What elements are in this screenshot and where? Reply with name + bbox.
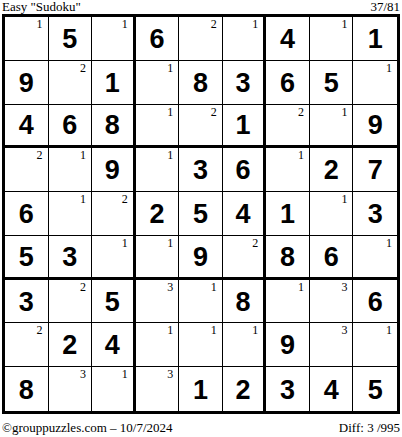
cell-r3c8[interactable]: 1 [310, 105, 354, 149]
given-digit: 1 [280, 201, 295, 228]
given-digit: 5 [193, 201, 208, 228]
given-digit: 8 [193, 70, 208, 97]
cell-r1c7[interactable]: 4 [266, 17, 310, 61]
cell-r1c5[interactable]: 2 [179, 17, 223, 61]
cell-r2c3[interactable]: 1 [92, 61, 136, 105]
sudoku-board: 1516214119211836514681212192191361276122… [2, 14, 400, 414]
difficulty-label: Diff: 3 /995 [339, 420, 400, 435]
cell-r7c3[interactable]: 5 [92, 280, 136, 324]
pencil-mark: 3 [341, 280, 347, 294]
pencil-mark: 1 [37, 17, 43, 31]
pencil-mark: 1 [252, 17, 258, 31]
cell-r5c9[interactable]: 3 [353, 192, 397, 236]
cell-r5c5[interactable]: 5 [179, 192, 223, 236]
cell-r2c6[interactable]: 3 [223, 61, 267, 105]
cell-r2c7[interactable]: 6 [266, 61, 310, 105]
given-digit: 6 [236, 157, 251, 184]
given-digit: 5 [105, 289, 120, 316]
cell-r1c6[interactable]: 1 [223, 17, 267, 61]
pencil-mark: 1 [122, 236, 128, 250]
pencil-mark: 1 [167, 236, 173, 250]
cell-r3c7[interactable]: 2 [266, 105, 310, 149]
copyright-date: ©grouppuzzles.com – 10/7/2024 [2, 420, 173, 435]
given-digit: 9 [193, 244, 208, 271]
pencil-mark: 1 [122, 367, 128, 381]
given-digit: 6 [324, 244, 339, 271]
cell-r8c1[interactable]: 2 [5, 323, 49, 367]
cell-r9c4[interactable]: 3 [136, 367, 180, 411]
cell-r5c3[interactable]: 2 [92, 192, 136, 236]
pencil-mark: 2 [252, 236, 258, 250]
header: Easy "Sudoku" 37/81 [2, 0, 400, 14]
footer: ©grouppuzzles.com – 10/7/2024 Diff: 3 /9… [2, 420, 400, 435]
given-digit: 2 [149, 201, 164, 228]
cell-r8c7[interactable]: 9 [266, 323, 310, 367]
given-digit: 4 [19, 112, 34, 139]
cell-r5c8[interactable]: 1 [310, 192, 354, 236]
cell-r4c5[interactable]: 3 [179, 148, 223, 192]
cell-r5c7[interactable]: 1 [266, 192, 310, 236]
cell-r6c9[interactable]: 1 [353, 236, 397, 280]
pencil-mark: 2 [37, 148, 43, 162]
cell-r9c5[interactable]: 1 [179, 367, 223, 411]
cell-r4c4[interactable]: 1 [136, 148, 180, 192]
pencil-mark: 1 [386, 323, 392, 337]
given-digit: 5 [62, 26, 77, 53]
cell-r9c7[interactable]: 3 [266, 367, 310, 411]
cell-r9c9[interactable]: 5 [353, 367, 397, 411]
pencil-mark: 1 [80, 192, 86, 206]
cell-r1c9[interactable]: 1 [353, 17, 397, 61]
cell-r4c6[interactable]: 6 [223, 148, 267, 192]
given-digit: 4 [324, 377, 339, 404]
cell-r6c3[interactable]: 1 [92, 236, 136, 280]
cell-r7c9[interactable]: 6 [353, 280, 397, 324]
pencil-mark: 2 [211, 105, 217, 119]
given-digit: 2 [62, 332, 77, 359]
given-digit: 2 [236, 377, 251, 404]
given-digit: 9 [368, 112, 383, 139]
given-digit: 9 [19, 70, 34, 97]
cell-r7c8[interactable]: 3 [310, 280, 354, 324]
given-digit: 5 [368, 377, 383, 404]
cell-r4c2[interactable]: 1 [49, 148, 93, 192]
given-digit: 3 [193, 157, 208, 184]
pencil-mark: 1 [298, 280, 304, 294]
pencil-mark: 2 [80, 61, 86, 75]
cell-r9c3[interactable]: 1 [92, 367, 136, 411]
cell-r8c9[interactable]: 1 [353, 323, 397, 367]
given-digit: 6 [280, 70, 295, 97]
cell-r2c1[interactable]: 9 [5, 61, 49, 105]
cell-r9c6[interactable]: 2 [223, 367, 267, 411]
pencil-mark: 1 [167, 323, 173, 337]
given-digit: 7 [368, 157, 383, 184]
pencil-mark: 1 [341, 17, 347, 31]
given-digit: 1 [193, 377, 208, 404]
given-digit: 6 [19, 201, 34, 228]
cell-r6c6[interactable]: 2 [223, 236, 267, 280]
cell-r5c1[interactable]: 6 [5, 192, 49, 236]
given-digit: 1 [368, 26, 383, 53]
cell-r4c8[interactable]: 2 [310, 148, 354, 192]
cell-r1c4[interactable]: 6 [136, 17, 180, 61]
cell-r2c5[interactable]: 8 [179, 61, 223, 105]
givens-counter: 37/81 [370, 0, 400, 14]
cell-r1c3[interactable]: 1 [92, 17, 136, 61]
cell-r8c6[interactable]: 1 [223, 323, 267, 367]
given-digit: 4 [105, 332, 120, 359]
given-digit: 6 [368, 289, 383, 316]
cell-r3c3[interactable]: 8 [92, 105, 136, 149]
cell-r9c1[interactable]: 8 [5, 367, 49, 411]
pencil-mark: 3 [80, 367, 86, 381]
cell-r2c4[interactable]: 1 [136, 61, 180, 105]
given-digit: 8 [280, 244, 295, 271]
given-digit: 5 [324, 70, 339, 97]
pencil-mark: 2 [122, 192, 128, 206]
given-digit: 5 [19, 244, 34, 271]
cell-r6c4[interactable]: 1 [136, 236, 180, 280]
given-digit: 3 [19, 289, 34, 316]
pencil-mark: 2 [298, 105, 304, 119]
pencil-mark: 1 [341, 192, 347, 206]
cell-r2c9[interactable]: 1 [353, 61, 397, 105]
cell-r5c2[interactable]: 1 [49, 192, 93, 236]
given-digit: 3 [236, 70, 251, 97]
given-digit: 1 [236, 112, 251, 139]
pencil-mark: 1 [341, 105, 347, 119]
pencil-mark: 3 [167, 367, 173, 381]
given-digit: 6 [149, 26, 164, 53]
pencil-mark: 2 [80, 280, 86, 294]
given-digit: 3 [368, 201, 383, 228]
cell-r8c4[interactable]: 1 [136, 323, 180, 367]
pencil-mark: 2 [211, 17, 217, 31]
cell-r3c1[interactable]: 4 [5, 105, 49, 149]
cell-r7c1[interactable]: 3 [5, 280, 49, 324]
pencil-mark: 1 [386, 236, 392, 250]
cell-r1c1[interactable]: 1 [5, 17, 49, 61]
cell-r3c5[interactable]: 2 [179, 105, 223, 149]
pencil-mark: 1 [122, 17, 128, 31]
cell-r2c2[interactable]: 2 [49, 61, 93, 105]
given-digit: 9 [105, 157, 120, 184]
pencil-mark: 1 [252, 323, 258, 337]
pencil-mark: 1 [167, 105, 173, 119]
cell-r2c8[interactable]: 5 [310, 61, 354, 105]
pencil-mark: 2 [37, 323, 43, 337]
cell-r6c5[interactable]: 9 [179, 236, 223, 280]
cell-r6c1[interactable]: 5 [5, 236, 49, 280]
pencil-mark: 1 [167, 61, 173, 75]
given-digit: 1 [105, 70, 120, 97]
cell-r4c3[interactable]: 9 [92, 148, 136, 192]
given-digit: 3 [280, 377, 295, 404]
cell-r3c4[interactable]: 1 [136, 105, 180, 149]
pencil-mark: 3 [167, 280, 173, 294]
pencil-mark: 1 [211, 280, 217, 294]
cell-r1c2[interactable]: 5 [49, 17, 93, 61]
given-digit: 6 [62, 112, 77, 139]
cell-r8c3[interactable]: 4 [92, 323, 136, 367]
cell-r9c2[interactable]: 3 [49, 367, 93, 411]
puzzle-title: Easy "Sudoku" [2, 0, 81, 14]
puzzle-page: Easy "Sudoku" 37/81 15162141192118365146… [0, 0, 402, 437]
pencil-mark: 1 [80, 148, 86, 162]
given-digit: 8 [236, 289, 251, 316]
cell-r3c6[interactable]: 1 [223, 105, 267, 149]
cell-r3c9[interactable]: 9 [353, 105, 397, 149]
cell-r9c8[interactable]: 4 [310, 367, 354, 411]
cell-r8c2[interactable]: 2 [49, 323, 93, 367]
cell-r4c9[interactable]: 7 [353, 148, 397, 192]
cell-r7c4[interactable]: 3 [136, 280, 180, 324]
pencil-mark: 1 [167, 148, 173, 162]
cell-r8c5[interactable]: 1 [179, 323, 223, 367]
cell-r6c7[interactable]: 8 [266, 236, 310, 280]
cell-r3c2[interactable]: 6 [49, 105, 93, 149]
given-digit: 4 [236, 201, 251, 228]
given-digit: 4 [280, 26, 295, 53]
cell-r4c1[interactable]: 2 [5, 148, 49, 192]
cell-r5c4[interactable]: 2 [136, 192, 180, 236]
given-digit: 9 [280, 332, 295, 359]
cell-r7c5[interactable]: 1 [179, 280, 223, 324]
cell-r5c6[interactable]: 4 [223, 192, 267, 236]
given-digit: 2 [324, 157, 339, 184]
pencil-mark: 1 [298, 148, 304, 162]
given-digit: 3 [62, 244, 77, 271]
given-digit: 8 [19, 377, 34, 404]
given-digit: 8 [105, 112, 120, 139]
cell-r6c8[interactable]: 6 [310, 236, 354, 280]
cell-r6c2[interactable]: 3 [49, 236, 93, 280]
cell-r1c8[interactable]: 1 [310, 17, 354, 61]
pencil-mark: 1 [386, 61, 392, 75]
cell-r8c8[interactable]: 3 [310, 323, 354, 367]
pencil-mark: 3 [341, 323, 347, 337]
cell-r4c7[interactable]: 1 [266, 148, 310, 192]
cell-r7c2[interactable]: 2 [49, 280, 93, 324]
cell-r7c7[interactable]: 1 [266, 280, 310, 324]
cell-r7c6[interactable]: 8 [223, 280, 267, 324]
pencil-mark: 1 [211, 323, 217, 337]
